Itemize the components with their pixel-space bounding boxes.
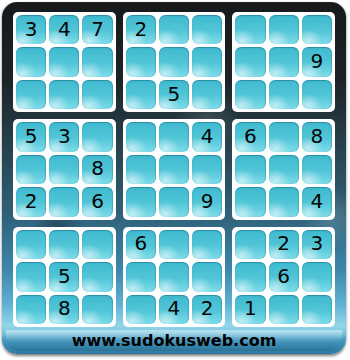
cell-r2c7[interactable] xyxy=(235,47,265,76)
cell-r6c8[interactable] xyxy=(269,187,299,216)
cell-r1c7[interactable] xyxy=(235,15,265,44)
cell-r1c9[interactable] xyxy=(302,15,332,44)
cell-r9c9[interactable] xyxy=(302,295,332,324)
given-digit: 4 xyxy=(168,298,181,320)
cell-r2c4[interactable] xyxy=(126,47,156,76)
cell-r7c9: 3 xyxy=(302,230,332,259)
cell-r5c7[interactable] xyxy=(235,155,265,184)
cell-r3c5: 5 xyxy=(159,80,189,109)
given-digit: 2 xyxy=(277,233,290,255)
cell-r4c2: 3 xyxy=(49,122,79,151)
cell-r6c6: 9 xyxy=(192,187,222,216)
cell-r8c6[interactable] xyxy=(192,262,222,291)
cell-r7c1[interactable] xyxy=(16,230,46,259)
cell-r8c1[interactable] xyxy=(16,262,46,291)
cell-r7c2[interactable] xyxy=(49,230,79,259)
cell-r2c9: 9 xyxy=(302,47,332,76)
given-digit: 2 xyxy=(201,298,214,320)
cell-r3c1[interactable] xyxy=(16,80,46,109)
cell-r1c2: 4 xyxy=(49,15,79,44)
cell-r3c9[interactable] xyxy=(302,80,332,109)
cell-r7c7[interactable] xyxy=(235,230,265,259)
cell-r8c4[interactable] xyxy=(126,262,156,291)
cell-r2c6[interactable] xyxy=(192,47,222,76)
cell-r5c2[interactable] xyxy=(49,155,79,184)
cell-r6c1: 2 xyxy=(16,187,46,216)
box-4: 53826 xyxy=(13,119,116,219)
cell-r8c5[interactable] xyxy=(159,262,189,291)
cell-r8c9[interactable] xyxy=(302,262,332,291)
cell-r2c1[interactable] xyxy=(16,47,46,76)
given-digit: 4 xyxy=(201,126,214,148)
given-digit: 5 xyxy=(58,266,71,288)
given-digit: 6 xyxy=(244,126,257,148)
cell-r8c7[interactable] xyxy=(235,262,265,291)
cell-r8c2: 5 xyxy=(49,262,79,291)
given-digit: 4 xyxy=(311,191,324,213)
cell-r4c5[interactable] xyxy=(159,122,189,151)
given-digit: 6 xyxy=(134,233,147,255)
cell-r7c4: 6 xyxy=(126,230,156,259)
cell-r4c4[interactable] xyxy=(126,122,156,151)
cell-r2c2[interactable] xyxy=(49,47,79,76)
given-digit: 5 xyxy=(168,84,181,106)
cell-r1c5[interactable] xyxy=(159,15,189,44)
cell-r7c5[interactable] xyxy=(159,230,189,259)
cell-r4c9: 8 xyxy=(302,122,332,151)
box-3: 9 xyxy=(232,12,335,112)
cell-r3c2[interactable] xyxy=(49,80,79,109)
given-digit: 6 xyxy=(91,191,104,213)
cell-r9c1[interactable] xyxy=(16,295,46,324)
given-digit: 6 xyxy=(277,266,290,288)
cell-r9c7: 1 xyxy=(235,295,265,324)
given-digit: 8 xyxy=(58,298,71,320)
given-digit: 9 xyxy=(311,51,324,73)
given-digit: 4 xyxy=(58,19,71,41)
cell-r9c8[interactable] xyxy=(269,295,299,324)
given-digit: 9 xyxy=(201,191,214,213)
given-digit: 1 xyxy=(244,298,257,320)
cell-r5c5[interactable] xyxy=(159,155,189,184)
cell-r4c3[interactable] xyxy=(82,122,112,151)
sudoku-grid: 3472595382649684586422361 xyxy=(13,12,335,327)
cell-r1c6[interactable] xyxy=(192,15,222,44)
cell-r6c5[interactable] xyxy=(159,187,189,216)
cell-r6c2[interactable] xyxy=(49,187,79,216)
cell-r4c6: 4 xyxy=(192,122,222,151)
cell-r4c7: 6 xyxy=(235,122,265,151)
sudoku-board: 3472595382649684586422361 www.sudokusweb… xyxy=(2,2,346,354)
cell-r1c1: 3 xyxy=(16,15,46,44)
cell-r6c3: 6 xyxy=(82,187,112,216)
cell-r2c5[interactable] xyxy=(159,47,189,76)
given-digit: 5 xyxy=(25,126,38,148)
given-digit: 2 xyxy=(134,19,147,41)
cell-r5c6[interactable] xyxy=(192,155,222,184)
cell-r3c6[interactable] xyxy=(192,80,222,109)
cell-r9c5: 4 xyxy=(159,295,189,324)
cell-r3c8[interactable] xyxy=(269,80,299,109)
cell-r5c4[interactable] xyxy=(126,155,156,184)
given-digit: 2 xyxy=(25,191,38,213)
box-5: 49 xyxy=(123,119,226,219)
given-digit: 3 xyxy=(311,233,324,255)
cell-r4c8[interactable] xyxy=(269,122,299,151)
given-digit: 3 xyxy=(58,126,71,148)
cell-r8c3[interactable] xyxy=(82,262,112,291)
given-digit: 3 xyxy=(25,19,38,41)
cell-r7c3[interactable] xyxy=(82,230,112,259)
cell-r6c4[interactable] xyxy=(126,187,156,216)
cell-r7c6[interactable] xyxy=(192,230,222,259)
cell-r1c3: 7 xyxy=(82,15,112,44)
box-8: 642 xyxy=(123,227,226,327)
cell-r5c9[interactable] xyxy=(302,155,332,184)
box-7: 58 xyxy=(13,227,116,327)
cell-r6c9: 4 xyxy=(302,187,332,216)
cell-r3c7[interactable] xyxy=(235,80,265,109)
site-watermark: www.sudokusweb.com xyxy=(72,331,277,350)
cell-r1c8[interactable] xyxy=(269,15,299,44)
cell-r4c1: 5 xyxy=(16,122,46,151)
cell-r6c7[interactable] xyxy=(235,187,265,216)
given-digit: 8 xyxy=(91,158,104,180)
footer-bar: www.sudokusweb.com xyxy=(6,330,342,351)
box-6: 684 xyxy=(232,119,335,219)
cell-r9c3[interactable] xyxy=(82,295,112,324)
cell-r7c8: 2 xyxy=(269,230,299,259)
cell-r5c1[interactable] xyxy=(16,155,46,184)
cell-r9c4[interactable] xyxy=(126,295,156,324)
cell-r1c4: 2 xyxy=(126,15,156,44)
cell-r5c3: 8 xyxy=(82,155,112,184)
box-9: 2361 xyxy=(232,227,335,327)
cell-r8c8: 6 xyxy=(269,262,299,291)
cell-r3c4[interactable] xyxy=(126,80,156,109)
cell-r3c3[interactable] xyxy=(82,80,112,109)
cell-r2c3[interactable] xyxy=(82,47,112,76)
given-digit: 7 xyxy=(91,19,104,41)
cell-r5c8[interactable] xyxy=(269,155,299,184)
box-1: 347 xyxy=(13,12,116,112)
cell-r9c6: 2 xyxy=(192,295,222,324)
box-2: 25 xyxy=(123,12,226,112)
cell-r9c2: 8 xyxy=(49,295,79,324)
given-digit: 8 xyxy=(311,126,324,148)
cell-r2c8[interactable] xyxy=(269,47,299,76)
